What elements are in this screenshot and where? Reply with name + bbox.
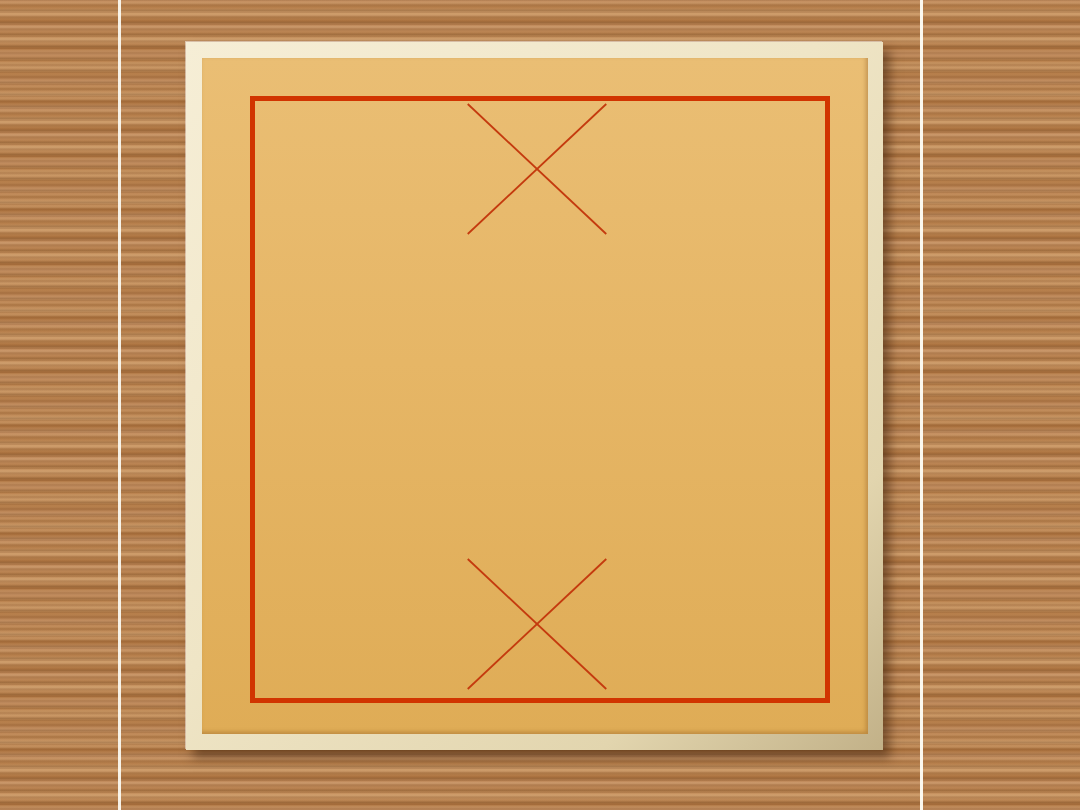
board-panel xyxy=(186,42,883,750)
board-surface xyxy=(202,58,868,734)
slide-background: { "game": "xiangqi", "title": { "text": … xyxy=(0,0,1080,810)
selection-layer xyxy=(260,104,814,689)
